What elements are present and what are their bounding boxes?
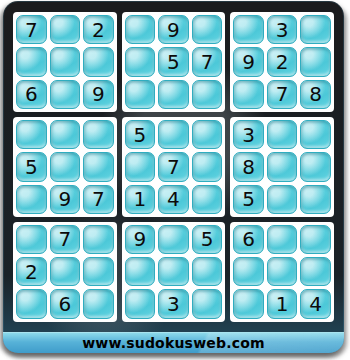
site-url-link[interactable]: www.sudokusweb.com bbox=[82, 335, 265, 351]
cell-r5c3-empty[interactable] bbox=[83, 152, 114, 181]
cell-r5c4-empty[interactable] bbox=[125, 152, 156, 181]
cell-r4c2-empty[interactable] bbox=[50, 120, 81, 149]
cell-r3c5-empty[interactable] bbox=[158, 80, 189, 109]
cell-r8c9-empty[interactable] bbox=[300, 257, 331, 286]
cell-r8c1-given[interactable]: 2 bbox=[16, 257, 47, 286]
sudoku-board: 7269957392785975714385726953614 www.sudo… bbox=[3, 1, 344, 353]
cell-r2c9-empty[interactable] bbox=[300, 47, 331, 76]
box-r2c1: 597 bbox=[13, 117, 117, 217]
cell-r3c1-given[interactable]: 6 bbox=[16, 80, 47, 109]
cell-r3c4-empty[interactable] bbox=[125, 80, 156, 109]
cell-r6c9-empty[interactable] bbox=[300, 185, 331, 214]
cell-r6c6-empty[interactable] bbox=[192, 185, 223, 214]
cell-r2c8-given[interactable]: 2 bbox=[267, 47, 298, 76]
cell-r8c7-empty[interactable] bbox=[233, 257, 264, 286]
box-r2c3: 385 bbox=[230, 117, 334, 217]
box-r3c1: 726 bbox=[13, 222, 117, 322]
cell-r8c5-empty[interactable] bbox=[158, 257, 189, 286]
cell-r9c9-given[interactable]: 4 bbox=[300, 289, 331, 318]
cell-r1c9-empty[interactable] bbox=[300, 15, 331, 44]
cell-r4c3-empty[interactable] bbox=[83, 120, 114, 149]
box-r1c3: 39278 bbox=[230, 12, 334, 112]
cell-r7c3-empty[interactable] bbox=[83, 225, 114, 254]
cell-r2c2-empty[interactable] bbox=[50, 47, 81, 76]
cell-r9c3-empty[interactable] bbox=[83, 289, 114, 318]
cell-r5c7-given[interactable]: 8 bbox=[233, 152, 264, 181]
cell-r6c5-given[interactable]: 4 bbox=[158, 185, 189, 214]
cell-r6c8-empty[interactable] bbox=[267, 185, 298, 214]
cell-r9c2-given[interactable]: 6 bbox=[50, 289, 81, 318]
cell-r9c6-empty[interactable] bbox=[192, 289, 223, 318]
cell-r2c4-empty[interactable] bbox=[125, 47, 156, 76]
cell-r4c1-empty[interactable] bbox=[16, 120, 47, 149]
sudoku-grid: 7269957392785975714385726953614 bbox=[13, 12, 334, 322]
cell-r3c7-empty[interactable] bbox=[233, 80, 264, 109]
cell-r5c9-empty[interactable] bbox=[300, 152, 331, 181]
cell-r2c3-empty[interactable] bbox=[83, 47, 114, 76]
cell-r4c8-empty[interactable] bbox=[267, 120, 298, 149]
cell-r7c8-empty[interactable] bbox=[267, 225, 298, 254]
cell-r3c8-given[interactable]: 7 bbox=[267, 80, 298, 109]
cell-r9c7-empty[interactable] bbox=[233, 289, 264, 318]
box-r2c2: 5714 bbox=[122, 117, 226, 217]
cell-r5c2-empty[interactable] bbox=[50, 152, 81, 181]
cell-r3c9-given[interactable]: 8 bbox=[300, 80, 331, 109]
cell-r3c3-given[interactable]: 9 bbox=[83, 80, 114, 109]
box-r3c3: 614 bbox=[230, 222, 334, 322]
cell-r9c1-empty[interactable] bbox=[16, 289, 47, 318]
cell-r9c8-given[interactable]: 1 bbox=[267, 289, 298, 318]
cell-r1c6-empty[interactable] bbox=[192, 15, 223, 44]
cell-r8c2-empty[interactable] bbox=[50, 257, 81, 286]
cell-r5c6-empty[interactable] bbox=[192, 152, 223, 181]
cell-r7c9-empty[interactable] bbox=[300, 225, 331, 254]
cell-r1c1-given[interactable]: 7 bbox=[16, 15, 47, 44]
cell-r6c3-given[interactable]: 7 bbox=[83, 185, 114, 214]
box-r1c2: 957 bbox=[122, 12, 226, 112]
cell-r8c4-empty[interactable] bbox=[125, 257, 156, 286]
cell-r7c1-empty[interactable] bbox=[16, 225, 47, 254]
cell-r7c2-given[interactable]: 7 bbox=[50, 225, 81, 254]
cell-r1c5-given[interactable]: 9 bbox=[158, 15, 189, 44]
cell-r1c2-empty[interactable] bbox=[50, 15, 81, 44]
cell-r2c6-given[interactable]: 7 bbox=[192, 47, 223, 76]
cell-r8c6-empty[interactable] bbox=[192, 257, 223, 286]
cell-r8c8-empty[interactable] bbox=[267, 257, 298, 286]
cell-r6c4-given[interactable]: 1 bbox=[125, 185, 156, 214]
cell-r7c6-given[interactable]: 5 bbox=[192, 225, 223, 254]
cell-r4c4-given[interactable]: 5 bbox=[125, 120, 156, 149]
cell-r1c8-given[interactable]: 3 bbox=[267, 15, 298, 44]
cell-r4c6-empty[interactable] bbox=[192, 120, 223, 149]
cell-r7c5-empty[interactable] bbox=[158, 225, 189, 254]
cell-r9c5-given[interactable]: 3 bbox=[158, 289, 189, 318]
cell-r4c9-empty[interactable] bbox=[300, 120, 331, 149]
box-r3c2: 953 bbox=[122, 222, 226, 322]
cell-r2c1-empty[interactable] bbox=[16, 47, 47, 76]
cell-r9c4-empty[interactable] bbox=[125, 289, 156, 318]
cell-r7c7-given[interactable]: 6 bbox=[233, 225, 264, 254]
cell-r4c5-empty[interactable] bbox=[158, 120, 189, 149]
cell-r1c7-empty[interactable] bbox=[233, 15, 264, 44]
cell-r2c5-given[interactable]: 5 bbox=[158, 47, 189, 76]
cell-r1c4-empty[interactable] bbox=[125, 15, 156, 44]
cell-r3c2-empty[interactable] bbox=[50, 80, 81, 109]
cell-r5c1-given[interactable]: 5 bbox=[16, 152, 47, 181]
sudoku-app: 7269957392785975714385726953614 www.sudo… bbox=[0, 0, 350, 360]
cell-r8c3-empty[interactable] bbox=[83, 257, 114, 286]
cell-r6c7-given[interactable]: 5 bbox=[233, 185, 264, 214]
footer-bar: www.sudokusweb.com bbox=[3, 332, 344, 353]
cell-r4c7-given[interactable]: 3 bbox=[233, 120, 264, 149]
cell-r5c5-given[interactable]: 7 bbox=[158, 152, 189, 181]
cell-r7c4-given[interactable]: 9 bbox=[125, 225, 156, 254]
box-r1c1: 7269 bbox=[13, 12, 117, 112]
cell-r5c8-empty[interactable] bbox=[267, 152, 298, 181]
cell-r2c7-given[interactable]: 9 bbox=[233, 47, 264, 76]
cell-r1c3-given[interactable]: 2 bbox=[83, 15, 114, 44]
cell-r3c6-empty[interactable] bbox=[192, 80, 223, 109]
cell-r6c1-empty[interactable] bbox=[16, 185, 47, 214]
cell-r6c2-given[interactable]: 9 bbox=[50, 185, 81, 214]
